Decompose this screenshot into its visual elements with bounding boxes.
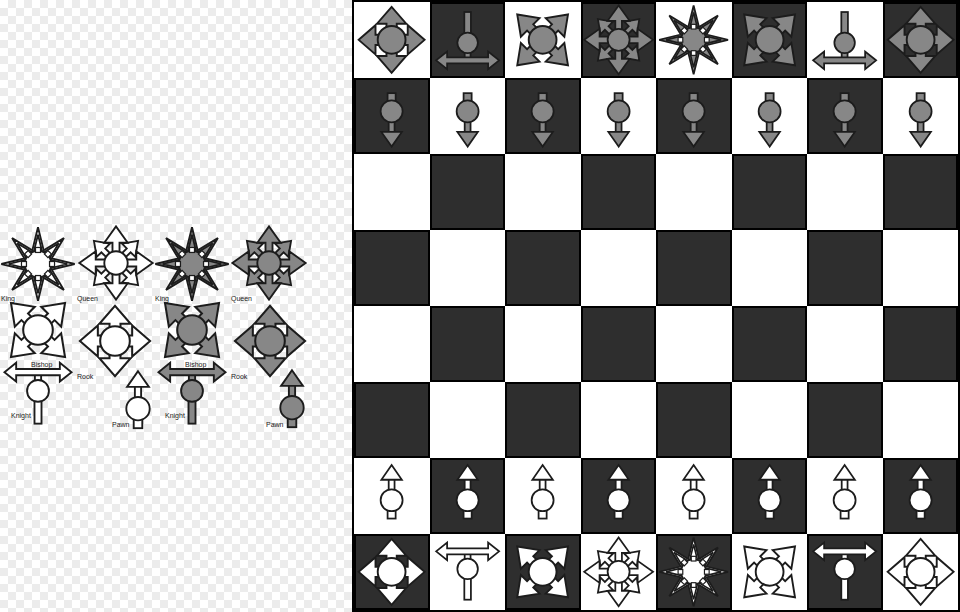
square-b8[interactable] — [430, 2, 506, 78]
legend-black-pawn — [253, 364, 331, 442]
square-e1[interactable] — [656, 534, 732, 610]
legend-label-black-pawn: Pawn — [266, 421, 284, 429]
square-d3[interactable] — [581, 382, 657, 458]
square-e5[interactable] — [656, 230, 732, 306]
square-d6[interactable] — [581, 154, 657, 230]
square-h3[interactable] — [883, 382, 959, 458]
white-knight[interactable] — [431, 535, 504, 609]
square-g3[interactable] — [807, 382, 883, 458]
black-pawn[interactable] — [733, 79, 806, 153]
square-h1[interactable] — [883, 534, 959, 610]
square-c6[interactable] — [505, 154, 581, 230]
square-d7[interactable] — [581, 78, 657, 154]
white-pawn[interactable] — [506, 459, 579, 533]
black-knight[interactable] — [431, 3, 504, 77]
square-d8[interactable] — [581, 2, 657, 78]
legend-black-queen — [230, 224, 308, 302]
square-f2[interactable] — [732, 458, 808, 534]
square-g5[interactable] — [807, 230, 883, 306]
black-queen[interactable] — [582, 3, 655, 77]
white-pawn[interactable] — [808, 459, 881, 533]
square-b5[interactable] — [430, 230, 506, 306]
square-b7[interactable] — [430, 78, 506, 154]
piece-legend: KingQueenKingQueenBishopRookBishopRookKn… — [0, 0, 352, 612]
black-pawn-glyph — [253, 364, 331, 442]
square-b2[interactable] — [430, 458, 506, 534]
square-a8[interactable] — [354, 2, 430, 78]
black-queen-glyph — [230, 224, 308, 302]
square-a5[interactable] — [354, 230, 430, 306]
white-queen[interactable] — [582, 535, 655, 609]
square-g1[interactable] — [807, 534, 883, 610]
square-d2[interactable] — [581, 458, 657, 534]
square-e2[interactable] — [656, 458, 732, 534]
square-b1[interactable] — [430, 534, 506, 610]
square-f7[interactable] — [732, 78, 808, 154]
black-king[interactable] — [657, 3, 730, 77]
square-h7[interactable] — [883, 78, 959, 154]
black-knight-glyph — [153, 355, 231, 433]
square-h5[interactable] — [883, 230, 959, 306]
black-pawn[interactable] — [431, 79, 504, 153]
legend-black-knight — [153, 355, 231, 433]
square-f4[interactable] — [732, 306, 808, 382]
white-king[interactable] — [657, 535, 730, 609]
square-h8[interactable] — [883, 2, 959, 78]
legend-label-black-knight: Knight — [165, 412, 185, 420]
square-e3[interactable] — [656, 382, 732, 458]
white-bishop[interactable] — [506, 535, 579, 609]
square-c8[interactable] — [505, 2, 581, 78]
white-knight[interactable] — [808, 535, 881, 609]
square-b3[interactable] — [430, 382, 506, 458]
square-f3[interactable] — [732, 382, 808, 458]
legend-white-queen — [77, 224, 155, 302]
square-c4[interactable] — [505, 306, 581, 382]
square-h2[interactable] — [883, 458, 959, 534]
square-a3[interactable] — [354, 382, 430, 458]
square-g6[interactable] — [807, 154, 883, 230]
white-pawn[interactable] — [582, 459, 655, 533]
square-e6[interactable] — [656, 154, 732, 230]
square-d1[interactable] — [581, 534, 657, 610]
white-pawn[interactable] — [431, 459, 504, 533]
square-g7[interactable] — [807, 78, 883, 154]
white-pawn[interactable] — [884, 459, 957, 533]
square-b4[interactable] — [430, 306, 506, 382]
black-pawn[interactable] — [355, 79, 428, 153]
square-d4[interactable] — [581, 306, 657, 382]
square-g8[interactable] — [807, 2, 883, 78]
square-g4[interactable] — [807, 306, 883, 382]
square-f6[interactable] — [732, 154, 808, 230]
square-g2[interactable] — [807, 458, 883, 534]
black-rook[interactable] — [355, 3, 428, 77]
white-rook[interactable] — [884, 535, 957, 609]
square-a4[interactable] — [354, 306, 430, 382]
white-queen-glyph — [77, 224, 155, 302]
legend-label-white-pawn: Pawn — [112, 421, 130, 429]
legend-label-white-knight: Knight — [11, 412, 31, 420]
legend-label-white-rook: Rook — [77, 373, 93, 381]
square-f8[interactable] — [732, 2, 808, 78]
black-pawn[interactable] — [582, 79, 655, 153]
black-pawn[interactable] — [506, 79, 579, 153]
square-c2[interactable] — [505, 458, 581, 534]
square-e8[interactable] — [656, 2, 732, 78]
square-f1[interactable] — [732, 534, 808, 610]
square-c3[interactable] — [505, 382, 581, 458]
square-c1[interactable] — [505, 534, 581, 610]
black-bishop[interactable] — [733, 3, 806, 77]
square-d5[interactable] — [581, 230, 657, 306]
square-e4[interactable] — [656, 306, 732, 382]
screenshot-root: KingQueenKingQueenBishopRookBishopRookKn… — [0, 0, 960, 612]
white-pawn[interactable] — [657, 459, 730, 533]
black-knight[interactable] — [808, 3, 881, 77]
square-a1[interactable] — [354, 534, 430, 610]
square-a2[interactable] — [354, 458, 430, 534]
square-c7[interactable] — [505, 78, 581, 154]
white-knight-glyph — [0, 355, 77, 433]
black-bishop[interactable] — [506, 3, 579, 77]
square-e7[interactable] — [656, 78, 732, 154]
white-bishop[interactable] — [733, 535, 806, 609]
square-a7[interactable] — [354, 78, 430, 154]
white-rook[interactable] — [355, 535, 428, 609]
black-pawn[interactable] — [808, 79, 881, 153]
square-b6[interactable] — [430, 154, 506, 230]
white-pawn[interactable] — [733, 459, 806, 533]
white-pawn[interactable] — [355, 459, 428, 533]
legend-label-black-rook: Rook — [231, 373, 247, 381]
square-f5[interactable] — [732, 230, 808, 306]
black-pawn[interactable] — [884, 79, 957, 153]
black-rook[interactable] — [884, 3, 957, 77]
square-c5[interactable] — [505, 230, 581, 306]
square-h6[interactable] — [883, 154, 959, 230]
chess-board — [352, 0, 960, 612]
black-pawn[interactable] — [657, 79, 730, 153]
square-h4[interactable] — [883, 306, 959, 382]
legend-white-knight — [0, 355, 77, 433]
square-a6[interactable] — [354, 154, 430, 230]
